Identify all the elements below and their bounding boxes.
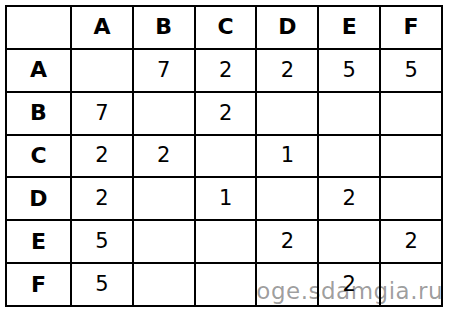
cell-C-A: 2	[71, 135, 133, 178]
cell-F-D	[256, 263, 318, 306]
cell-C-F	[380, 135, 442, 178]
row-A: A 7 2 2 5 5	[6, 49, 442, 92]
cell-A-D: 2	[256, 49, 318, 92]
cell-D-D	[256, 177, 318, 220]
col-header-C: C	[195, 6, 257, 49]
cell-B-F	[380, 92, 442, 135]
row-C: C 2 2 1	[6, 135, 442, 178]
row-header-A: A	[6, 49, 71, 92]
cell-D-B	[133, 177, 195, 220]
cell-F-B	[133, 263, 195, 306]
cell-A-E: 5	[318, 49, 380, 92]
row-header-E: E	[6, 220, 71, 263]
cell-B-E	[318, 92, 380, 135]
row-header-D: D	[6, 177, 71, 220]
cell-B-B	[133, 92, 195, 135]
cell-D-F	[380, 177, 442, 220]
header-row: A B C D E F	[6, 6, 442, 49]
col-header-A: A	[71, 6, 133, 49]
cell-F-A: 5	[71, 263, 133, 306]
cell-D-A: 2	[71, 177, 133, 220]
cell-F-C	[195, 263, 257, 306]
cell-B-C: 2	[195, 92, 257, 135]
cell-D-E: 2	[318, 177, 380, 220]
col-header-D: D	[256, 6, 318, 49]
cell-E-A: 5	[71, 220, 133, 263]
cell-C-B: 2	[133, 135, 195, 178]
cell-B-D	[256, 92, 318, 135]
row-D: D 2 1 2	[6, 177, 442, 220]
col-header-E: E	[318, 6, 380, 49]
col-header-F: F	[380, 6, 442, 49]
cell-A-A	[71, 49, 133, 92]
corner-cell	[6, 6, 71, 49]
distance-matrix: A B C D E F A 7 2 2 5 5 B 7 2 C 2 2 1 D …	[5, 5, 443, 307]
row-F: F 5 2	[6, 263, 442, 306]
cell-C-E	[318, 135, 380, 178]
cell-E-C	[195, 220, 257, 263]
cell-B-A: 7	[71, 92, 133, 135]
cell-C-C	[195, 135, 257, 178]
cell-C-D: 1	[256, 135, 318, 178]
cell-F-E: 2	[318, 263, 380, 306]
cell-D-C: 1	[195, 177, 257, 220]
cell-A-B: 7	[133, 49, 195, 92]
cell-E-B	[133, 220, 195, 263]
row-header-C: C	[6, 135, 71, 178]
row-header-B: B	[6, 92, 71, 135]
cell-E-E	[318, 220, 380, 263]
cell-A-F: 5	[380, 49, 442, 92]
row-header-F: F	[6, 263, 71, 306]
cell-F-F	[380, 263, 442, 306]
row-B: B 7 2	[6, 92, 442, 135]
row-E: E 5 2 2	[6, 220, 442, 263]
cell-E-D: 2	[256, 220, 318, 263]
cell-E-F: 2	[380, 220, 442, 263]
col-header-B: B	[133, 6, 195, 49]
cell-A-C: 2	[195, 49, 257, 92]
